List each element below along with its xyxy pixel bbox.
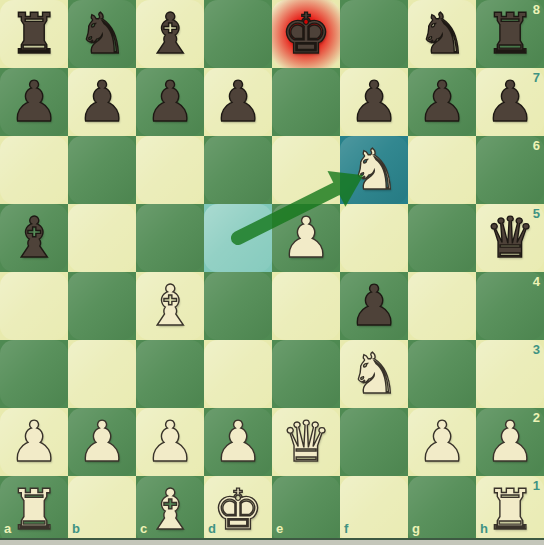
piece-white-pawn[interactable]: ♟: [408, 408, 476, 476]
square-e6[interactable]: [272, 136, 340, 204]
coord-rank-8: 8: [533, 2, 540, 17]
square-c3[interactable]: [136, 340, 204, 408]
square-d4[interactable]: [204, 272, 272, 340]
square-f4[interactable]: ♟: [340, 272, 408, 340]
piece-black-knight[interactable]: ♞: [68, 0, 136, 68]
square-d2[interactable]: ♟: [204, 408, 272, 476]
square-g3[interactable]: [408, 340, 476, 408]
coord-rank-2: 2: [533, 410, 540, 425]
piece-black-king[interactable]: ♚: [272, 0, 340, 68]
square-e3[interactable]: [272, 340, 340, 408]
piece-white-pawn[interactable]: ♟: [136, 408, 204, 476]
piece-black-pawn[interactable]: ♟: [408, 68, 476, 136]
coord-rank-7: 7: [533, 70, 540, 85]
chess-board[interactable]: ♜♞♝♚♞♜8♟♟♟♟♟♟♟7♞6♝♟♛5♝♟4♞3♟♟♟♟♛♟♟2♜ab♝c♚…: [0, 0, 544, 544]
coord-file-a: a: [4, 521, 11, 536]
coord-file-e: e: [276, 521, 283, 536]
square-g6[interactable]: [408, 136, 476, 204]
piece-black-knight[interactable]: ♞: [408, 0, 476, 68]
piece-white-queen[interactable]: ♛: [272, 408, 340, 476]
piece-white-pawn[interactable]: ♟: [0, 408, 68, 476]
square-g5[interactable]: [408, 204, 476, 272]
square-a1[interactable]: ♜a: [0, 476, 68, 544]
piece-black-pawn[interactable]: ♟: [0, 68, 68, 136]
square-g7[interactable]: ♟: [408, 68, 476, 136]
coord-file-h: h: [480, 521, 488, 536]
square-b8[interactable]: ♞: [68, 0, 136, 68]
piece-black-pawn[interactable]: ♟: [68, 68, 136, 136]
square-d3[interactable]: [204, 340, 272, 408]
piece-black-pawn[interactable]: ♟: [340, 68, 408, 136]
square-b4[interactable]: [68, 272, 136, 340]
square-b7[interactable]: ♟: [68, 68, 136, 136]
square-g4[interactable]: [408, 272, 476, 340]
square-f8[interactable]: [340, 0, 408, 68]
square-f5[interactable]: [340, 204, 408, 272]
coord-rank-6: 6: [533, 138, 540, 153]
square-h4[interactable]: 4: [476, 272, 544, 340]
square-g1[interactable]: g: [408, 476, 476, 544]
square-a6[interactable]: [0, 136, 68, 204]
square-b2[interactable]: ♟: [68, 408, 136, 476]
chess-board-page: ♜♞♝♚♞♜8♟♟♟♟♟♟♟7♞6♝♟♛5♝♟4♞3♟♟♟♟♛♟♟2♜ab♝c♚…: [0, 0, 544, 545]
square-a4[interactable]: [0, 272, 68, 340]
coord-rank-4: 4: [533, 274, 540, 289]
square-h6[interactable]: 6: [476, 136, 544, 204]
piece-white-knight[interactable]: ♞: [340, 136, 408, 204]
square-h5[interactable]: ♛5: [476, 204, 544, 272]
square-e4[interactable]: [272, 272, 340, 340]
coord-rank-1: 1: [533, 478, 540, 493]
square-e8[interactable]: ♚: [272, 0, 340, 68]
square-c8[interactable]: ♝: [136, 0, 204, 68]
coord-file-f: f: [344, 521, 348, 536]
square-c2[interactable]: ♟: [136, 408, 204, 476]
square-b3[interactable]: [68, 340, 136, 408]
square-f3[interactable]: ♞: [340, 340, 408, 408]
square-a7[interactable]: ♟: [0, 68, 68, 136]
piece-white-pawn[interactable]: ♟: [272, 204, 340, 272]
square-f6[interactable]: ♞: [340, 136, 408, 204]
window-bottom-edge: [0, 538, 544, 545]
square-c7[interactable]: ♟: [136, 68, 204, 136]
square-d6[interactable]: [204, 136, 272, 204]
square-a3[interactable]: [0, 340, 68, 408]
coord-file-c: c: [140, 521, 147, 536]
square-h1[interactable]: ♜1h: [476, 476, 544, 544]
square-h3[interactable]: 3: [476, 340, 544, 408]
square-h8[interactable]: ♜8: [476, 0, 544, 68]
square-h7[interactable]: ♟7: [476, 68, 544, 136]
coord-file-b: b: [72, 521, 80, 536]
square-b1[interactable]: b: [68, 476, 136, 544]
piece-black-pawn[interactable]: ♟: [340, 272, 408, 340]
piece-white-bishop[interactable]: ♝: [136, 272, 204, 340]
square-a2[interactable]: ♟: [0, 408, 68, 476]
square-b5[interactable]: [68, 204, 136, 272]
piece-black-bishop[interactable]: ♝: [0, 204, 68, 272]
square-d8[interactable]: [204, 0, 272, 68]
square-a5[interactable]: ♝: [0, 204, 68, 272]
piece-black-pawn[interactable]: ♟: [204, 68, 272, 136]
piece-white-knight[interactable]: ♞: [340, 340, 408, 408]
square-e1[interactable]: e: [272, 476, 340, 544]
piece-white-pawn[interactable]: ♟: [68, 408, 136, 476]
square-c6[interactable]: [136, 136, 204, 204]
piece-black-bishop[interactable]: ♝: [136, 0, 204, 68]
square-g8[interactable]: ♞: [408, 0, 476, 68]
piece-black-pawn[interactable]: ♟: [136, 68, 204, 136]
square-f2[interactable]: [340, 408, 408, 476]
square-f1[interactable]: f: [340, 476, 408, 544]
coord-rank-5: 5: [533, 206, 540, 221]
square-e2[interactable]: ♛: [272, 408, 340, 476]
square-g2[interactable]: ♟: [408, 408, 476, 476]
square-h2[interactable]: ♟2: [476, 408, 544, 476]
coord-file-d: d: [208, 521, 216, 536]
square-a8[interactable]: ♜: [0, 0, 68, 68]
square-b6[interactable]: [68, 136, 136, 204]
square-d7[interactable]: ♟: [204, 68, 272, 136]
square-d5[interactable]: [204, 204, 272, 272]
coord-file-g: g: [412, 521, 420, 536]
coord-rank-3: 3: [533, 342, 540, 357]
piece-black-rook[interactable]: ♜: [0, 0, 68, 68]
square-e5[interactable]: ♟: [272, 204, 340, 272]
square-e7[interactable]: [272, 68, 340, 136]
square-c5[interactable]: [136, 204, 204, 272]
square-c1[interactable]: ♝c: [136, 476, 204, 544]
piece-white-pawn[interactable]: ♟: [204, 408, 272, 476]
square-f7[interactable]: ♟: [340, 68, 408, 136]
square-d1[interactable]: ♚d: [204, 476, 272, 544]
square-c4[interactable]: ♝: [136, 272, 204, 340]
